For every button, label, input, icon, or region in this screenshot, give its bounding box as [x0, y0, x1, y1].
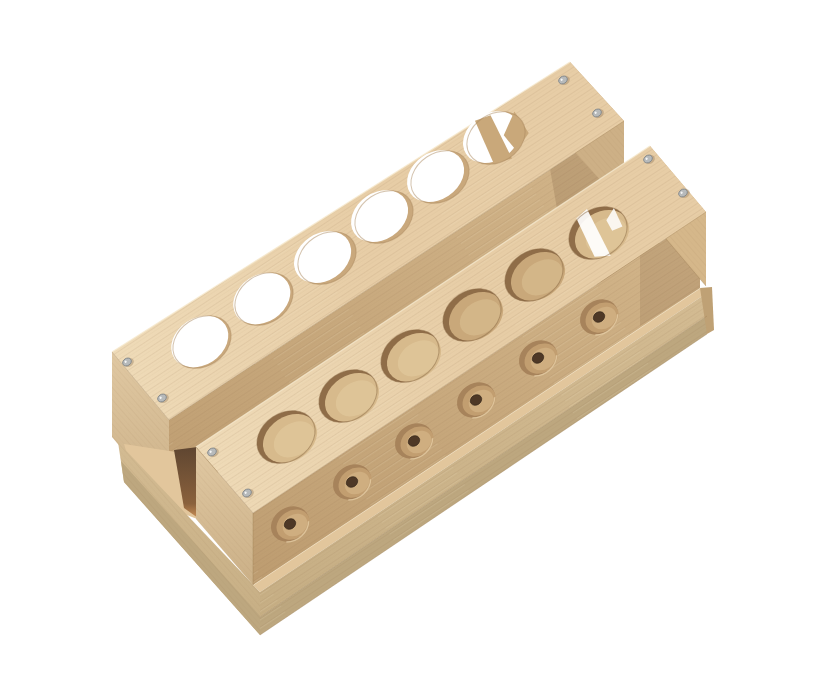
product-photo-stage	[0, 0, 824, 700]
test-tube-rack-illustration	[0, 0, 824, 700]
